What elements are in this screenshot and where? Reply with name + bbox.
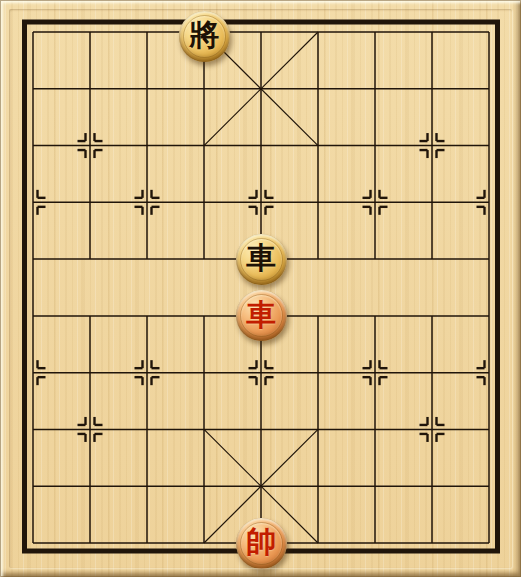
piece-red-chariot[interactable]: 車 (236, 290, 287, 341)
piece-glyph: 帥 (246, 527, 276, 557)
piece-glyph: 將 (189, 20, 219, 50)
piece-glyph: 車 (246, 300, 276, 330)
pieces-layer: 將車車帥 (0, 0, 521, 577)
piece-black-chariot[interactable]: 車 (236, 234, 287, 285)
piece-red-general[interactable]: 帥 (236, 518, 287, 569)
xiangqi-board[interactable]: 將車車帥 (0, 0, 521, 577)
piece-black-general[interactable]: 將 (179, 11, 230, 62)
piece-glyph: 車 (246, 243, 276, 273)
